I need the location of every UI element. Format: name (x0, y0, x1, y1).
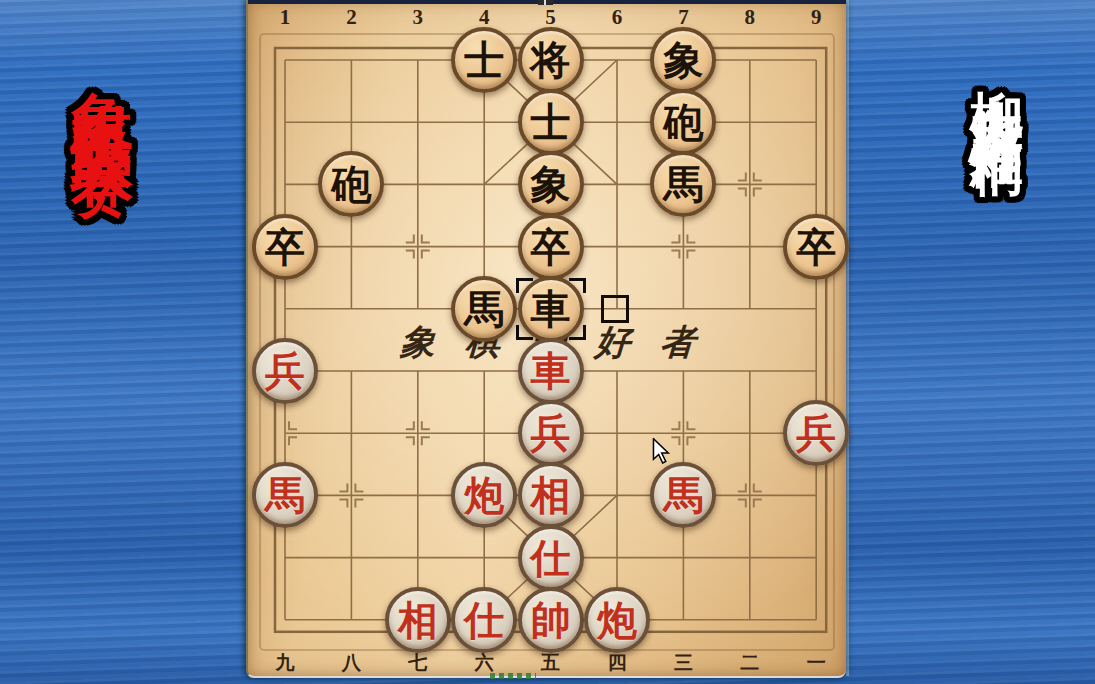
event-title-banner: 象棋甲级联赛 (60, 42, 144, 114)
file-label: 3 (413, 5, 424, 30)
piece-red-相[interactable]: 相 (385, 587, 451, 653)
piece-glyph: 将 (531, 40, 571, 80)
piece-glyph: 卒 (796, 227, 836, 267)
piece-black-将[interactable]: 将 (518, 27, 584, 93)
piece-red-車[interactable]: 車 (518, 338, 584, 404)
piece-glyph: 卒 (265, 227, 305, 267)
piece-glyph: 相 (398, 600, 438, 640)
piece-black-卒[interactable]: 卒 (252, 214, 318, 280)
file-label: 三 (674, 650, 693, 676)
piece-black-卒[interactable]: 卒 (518, 214, 584, 280)
piece-glyph: 象 (663, 40, 703, 80)
mouse-cursor (650, 438, 672, 464)
piece-glyph: 馬 (663, 164, 703, 204)
piece-glyph: 炮 (464, 475, 504, 515)
piece-glyph: 兵 (796, 413, 836, 453)
piece-glyph: 士 (531, 102, 571, 142)
piece-glyph: 兵 (265, 351, 305, 391)
file-label: 9 (811, 5, 822, 30)
piece-glyph: 帥 (531, 600, 571, 640)
piece-red-馬[interactable]: 馬 (252, 462, 318, 528)
cropped-caption-fragment (490, 673, 536, 679)
piece-glyph: 砲 (331, 164, 371, 204)
video-frame: 象棋甲级联赛 柳大华对郑惟桐 123456789 九八七六五四三二一 象棋爱好者… (0, 0, 1095, 684)
players-banner: 柳大华对郑惟桐 (961, 48, 1033, 111)
water-highlight-line (846, 0, 849, 676)
piece-red-仕[interactable]: 仕 (518, 525, 584, 591)
piece-glyph: 車 (531, 289, 571, 329)
piece-glyph: 兵 (531, 413, 571, 453)
file-label: 五 (541, 650, 560, 676)
move-from-marker (601, 295, 629, 323)
file-label: 九 (276, 650, 295, 676)
piece-glyph: 車 (531, 351, 571, 391)
piece-black-馬[interactable]: 馬 (451, 276, 517, 342)
file-label: 一 (807, 650, 826, 676)
piece-glyph: 馬 (464, 289, 504, 329)
piece-black-象[interactable]: 象 (650, 27, 716, 93)
file-label: 1 (280, 5, 291, 30)
piece-black-象[interactable]: 象 (518, 151, 584, 217)
file-label: 8 (745, 5, 756, 30)
piece-glyph: 象 (531, 164, 571, 204)
cropped-overlay-fragment-top (538, 0, 560, 5)
piece-glyph: 仕 (531, 538, 571, 578)
piece-red-相[interactable]: 相 (518, 462, 584, 528)
file-label: 四 (608, 650, 627, 676)
piece-red-帥[interactable]: 帥 (518, 587, 584, 653)
piece-black-士[interactable]: 士 (518, 89, 584, 155)
piece-glyph: 卒 (531, 227, 571, 267)
piece-red-炮[interactable]: 炮 (584, 587, 650, 653)
piece-red-兵[interactable]: 兵 (783, 400, 849, 466)
piece-glyph: 炮 (597, 600, 637, 640)
piece-glyph: 馬 (265, 475, 305, 515)
piece-glyph: 砲 (663, 102, 703, 142)
piece-glyph: 士 (464, 40, 504, 80)
piece-glyph: 相 (531, 475, 571, 515)
file-label: 七 (408, 650, 427, 676)
file-label: 二 (740, 650, 759, 676)
piece-red-兵[interactable]: 兵 (518, 400, 584, 466)
piece-red-兵[interactable]: 兵 (252, 338, 318, 404)
file-label: 6 (612, 5, 623, 30)
xiangqi-board[interactable]: 123456789 九八七六五四三二一 象棋爱好者 士将象士砲砲象馬卒卒卒馬車兵… (246, 0, 846, 678)
piece-black-卒[interactable]: 卒 (783, 214, 849, 280)
file-label: 八 (342, 650, 361, 676)
piece-glyph: 馬 (663, 475, 703, 515)
file-label: 2 (346, 5, 357, 30)
piece-glyph: 仕 (464, 600, 504, 640)
piece-black-士[interactable]: 士 (451, 27, 517, 93)
piece-black-車[interactable]: 車 (518, 276, 584, 342)
piece-red-仕[interactable]: 仕 (451, 587, 517, 653)
